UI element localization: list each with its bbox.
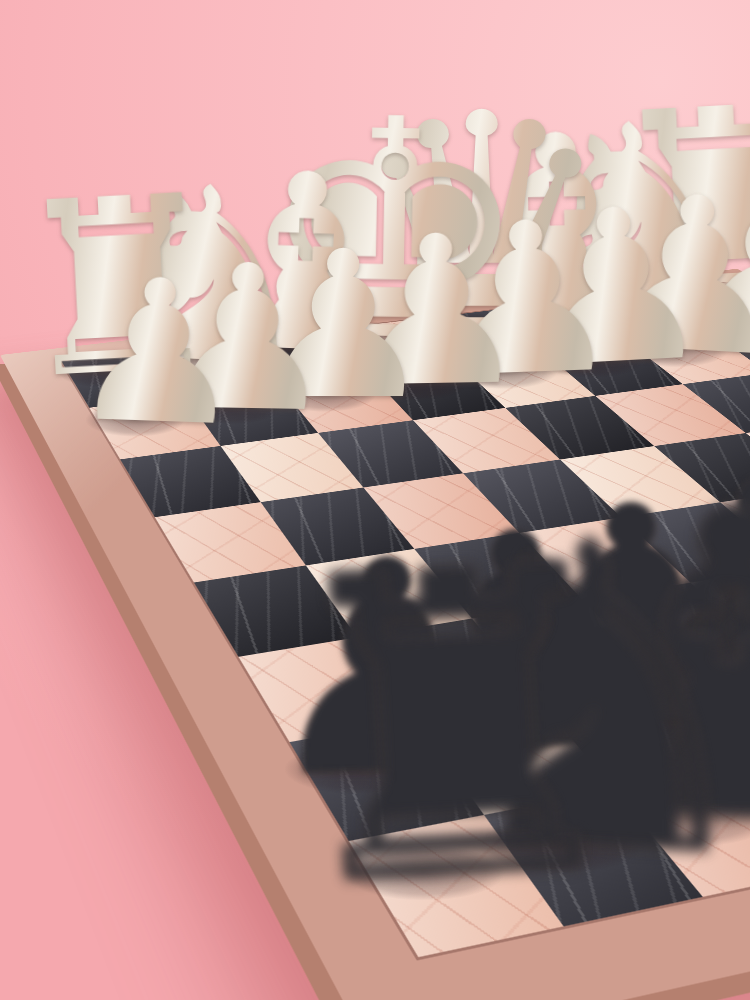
photo-stage: ♜♞♝♚♛♝♞♜♟♟♟♟♟♟♟♟♟♟♟♟♟♟♟♟♜♞♝♚♛♝♞♜	[0, 0, 750, 1000]
